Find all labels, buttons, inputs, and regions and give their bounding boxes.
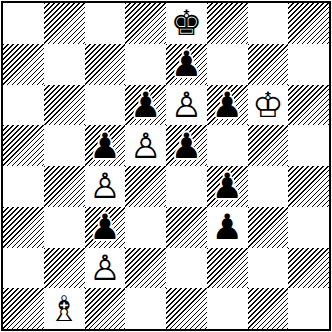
- square-b4[interactable]: [44, 166, 85, 207]
- square-e8[interactable]: ♚: [166, 3, 207, 44]
- piece-black-pawn: ♟: [89, 207, 120, 247]
- square-d7[interactable]: [125, 44, 166, 85]
- square-b1[interactable]: ♗: [44, 288, 85, 329]
- square-g3[interactable]: [248, 207, 289, 248]
- square-f2[interactable]: [207, 248, 248, 289]
- piece-black-pawn: ♟: [171, 126, 202, 166]
- square-d8[interactable]: [125, 3, 166, 44]
- square-g1[interactable]: [248, 288, 289, 329]
- square-b2[interactable]: [44, 248, 85, 289]
- square-f1[interactable]: [207, 288, 248, 329]
- square-b5[interactable]: [44, 125, 85, 166]
- square-a8[interactable]: [3, 3, 44, 44]
- square-d5[interactable]: ♙: [125, 125, 166, 166]
- square-d3[interactable]: [125, 207, 166, 248]
- square-h8[interactable]: [288, 3, 329, 44]
- square-c8[interactable]: [85, 3, 126, 44]
- piece-white-pawn: ♙: [89, 166, 120, 206]
- square-a1[interactable]: [3, 288, 44, 329]
- square-g7[interactable]: [248, 44, 289, 85]
- square-a5[interactable]: [3, 125, 44, 166]
- square-f4[interactable]: ♟: [207, 166, 248, 207]
- square-b8[interactable]: [44, 3, 85, 44]
- square-h7[interactable]: [288, 44, 329, 85]
- square-a7[interactable]: [3, 44, 44, 85]
- piece-white-pawn: ♙: [130, 126, 161, 166]
- square-c7[interactable]: [85, 44, 126, 85]
- piece-white-bishop: ♗: [48, 289, 79, 329]
- square-g4[interactable]: [248, 166, 289, 207]
- square-e3[interactable]: [166, 207, 207, 248]
- square-h2[interactable]: [288, 248, 329, 289]
- square-b7[interactable]: [44, 44, 85, 85]
- square-g5[interactable]: [248, 125, 289, 166]
- piece-black-king: ♚: [171, 3, 202, 43]
- square-h1[interactable]: [288, 288, 329, 329]
- square-d1[interactable]: [125, 288, 166, 329]
- square-g6[interactable]: ♔: [248, 85, 289, 126]
- square-c6[interactable]: [85, 85, 126, 126]
- square-h6[interactable]: [288, 85, 329, 126]
- square-c1[interactable]: [85, 288, 126, 329]
- chess-board: ♚♟♟♙♟♔♟♙♟♙♟♟♟♙♗: [1, 1, 331, 331]
- square-h4[interactable]: [288, 166, 329, 207]
- square-e2[interactable]: [166, 248, 207, 289]
- square-c4[interactable]: ♙: [85, 166, 126, 207]
- square-c2[interactable]: ♙: [85, 248, 126, 289]
- piece-white-pawn: ♙: [171, 85, 202, 125]
- square-f3[interactable]: ♟: [207, 207, 248, 248]
- square-d2[interactable]: [125, 248, 166, 289]
- piece-black-pawn: ♟: [171, 44, 202, 84]
- square-h3[interactable]: [288, 207, 329, 248]
- square-b3[interactable]: [44, 207, 85, 248]
- piece-black-pawn: ♟: [211, 207, 242, 247]
- square-c5[interactable]: ♟: [85, 125, 126, 166]
- square-d6[interactable]: ♟: [125, 85, 166, 126]
- square-e6[interactable]: ♙: [166, 85, 207, 126]
- square-f5[interactable]: [207, 125, 248, 166]
- square-c3[interactable]: ♟: [85, 207, 126, 248]
- square-e4[interactable]: [166, 166, 207, 207]
- piece-black-pawn: ♟: [130, 85, 161, 125]
- square-e1[interactable]: [166, 288, 207, 329]
- square-d4[interactable]: [125, 166, 166, 207]
- square-e5[interactable]: ♟: [166, 125, 207, 166]
- square-f8[interactable]: [207, 3, 248, 44]
- square-a3[interactable]: [3, 207, 44, 248]
- square-h5[interactable]: [288, 125, 329, 166]
- piece-black-pawn: ♟: [211, 85, 242, 125]
- square-a4[interactable]: [3, 166, 44, 207]
- square-a6[interactable]: [3, 85, 44, 126]
- square-e7[interactable]: ♟: [166, 44, 207, 85]
- square-g2[interactable]: [248, 248, 289, 289]
- square-b6[interactable]: [44, 85, 85, 126]
- square-f6[interactable]: ♟: [207, 85, 248, 126]
- piece-white-pawn: ♙: [89, 248, 120, 288]
- square-g8[interactable]: [248, 3, 289, 44]
- square-f7[interactable]: [207, 44, 248, 85]
- square-a2[interactable]: [3, 248, 44, 289]
- piece-white-king: ♔: [252, 85, 283, 125]
- chess-diagram: ♚♟♟♙♟♔♟♙♟♙♟♟♟♙♗: [0, 0, 332, 332]
- piece-black-pawn: ♟: [89, 126, 120, 166]
- piece-black-pawn: ♟: [211, 166, 242, 206]
